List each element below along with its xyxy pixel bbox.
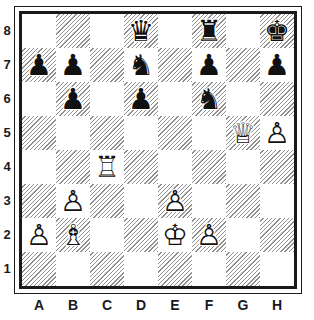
square-e1[interactable] bbox=[158, 252, 192, 286]
square-a1[interactable] bbox=[22, 252, 56, 286]
piece-black-pawn: ♟ bbox=[22, 48, 56, 82]
square-f7[interactable]: ♟ bbox=[192, 48, 226, 82]
piece-white-pawn: ♟♙ bbox=[22, 218, 56, 252]
piece-outline-layer: ♙ bbox=[22, 218, 56, 252]
file-label-d: D bbox=[124, 297, 158, 313]
square-f8[interactable]: ♜ bbox=[192, 14, 226, 48]
piece-black-knight: ♞ bbox=[124, 48, 158, 82]
piece-glyph: ♞ bbox=[124, 48, 158, 82]
square-a4[interactable] bbox=[22, 150, 56, 184]
square-g7[interactable] bbox=[226, 48, 260, 82]
square-e2[interactable]: ♚♔ bbox=[158, 218, 192, 252]
rank-label-1: 1 bbox=[0, 252, 14, 286]
file-label-h: H bbox=[260, 297, 294, 313]
file-label-b: B bbox=[56, 297, 90, 313]
square-g3[interactable] bbox=[226, 184, 260, 218]
square-a3[interactable] bbox=[22, 184, 56, 218]
piece-black-pawn: ♟ bbox=[124, 82, 158, 116]
square-g8[interactable] bbox=[226, 14, 260, 48]
square-e8[interactable] bbox=[158, 14, 192, 48]
square-c1[interactable] bbox=[90, 252, 124, 286]
square-a5[interactable] bbox=[22, 116, 56, 150]
square-c8[interactable] bbox=[90, 14, 124, 48]
piece-glyph: ♟ bbox=[56, 82, 90, 116]
square-f2[interactable]: ♟♙ bbox=[192, 218, 226, 252]
piece-outline-layer: ♙ bbox=[260, 116, 294, 150]
piece-glyph: ♞ bbox=[192, 82, 226, 116]
square-d7[interactable]: ♞ bbox=[124, 48, 158, 82]
square-e6[interactable] bbox=[158, 82, 192, 116]
square-d6[interactable]: ♟ bbox=[124, 82, 158, 116]
piece-glyph: ♚ bbox=[260, 14, 294, 48]
rank-label-5: 5 bbox=[0, 116, 14, 150]
piece-white-bishop: ♝♗ bbox=[56, 218, 90, 252]
square-b4[interactable] bbox=[56, 150, 90, 184]
piece-glyph: ♟ bbox=[56, 48, 90, 82]
square-g1[interactable] bbox=[226, 252, 260, 286]
piece-white-pawn: ♟♙ bbox=[56, 184, 90, 218]
piece-white-pawn: ♟♙ bbox=[192, 218, 226, 252]
square-g4[interactable] bbox=[226, 150, 260, 184]
piece-white-pawn: ♟♙ bbox=[260, 116, 294, 150]
piece-outline-layer: ♔ bbox=[158, 218, 192, 252]
square-d5[interactable] bbox=[124, 116, 158, 150]
rank-label-8: 8 bbox=[0, 14, 14, 48]
square-b8[interactable] bbox=[56, 14, 90, 48]
piece-glyph: ♟ bbox=[260, 48, 294, 82]
square-a7[interactable]: ♟ bbox=[22, 48, 56, 82]
rank-label-2: 2 bbox=[0, 218, 14, 252]
square-h6[interactable] bbox=[260, 82, 294, 116]
file-label-e: E bbox=[158, 297, 192, 313]
square-d2[interactable] bbox=[124, 218, 158, 252]
square-f4[interactable] bbox=[192, 150, 226, 184]
square-d3[interactable] bbox=[124, 184, 158, 218]
square-c6[interactable] bbox=[90, 82, 124, 116]
square-f3[interactable] bbox=[192, 184, 226, 218]
square-g6[interactable] bbox=[226, 82, 260, 116]
square-c3[interactable] bbox=[90, 184, 124, 218]
rank-label-3: 3 bbox=[0, 184, 14, 218]
square-g5[interactable]: ♛♕ bbox=[226, 116, 260, 150]
board-grid: ♛♜♚♟♟♞♟♟♟♟♞♛♕♟♙♜♖♟♙♟♙♟♙♝♗♚♔♟♙ bbox=[22, 14, 294, 286]
square-c5[interactable] bbox=[90, 116, 124, 150]
piece-black-pawn: ♟ bbox=[56, 82, 90, 116]
square-h8[interactable]: ♚ bbox=[260, 14, 294, 48]
square-h2[interactable] bbox=[260, 218, 294, 252]
square-a6[interactable] bbox=[22, 82, 56, 116]
piece-glyph: ♟ bbox=[124, 82, 158, 116]
square-f5[interactable] bbox=[192, 116, 226, 150]
piece-white-pawn: ♟♙ bbox=[158, 184, 192, 218]
file-labels: ABCDEFGH bbox=[22, 297, 314, 313]
square-g2[interactable] bbox=[226, 218, 260, 252]
square-b7[interactable]: ♟ bbox=[56, 48, 90, 82]
piece-black-pawn: ♟ bbox=[192, 48, 226, 82]
board-inner-frame: ♛♜♚♟♟♞♟♟♟♟♞♛♕♟♙♜♖♟♙♟♙♟♙♝♗♚♔♟♙ bbox=[19, 11, 297, 289]
square-f1[interactable] bbox=[192, 252, 226, 286]
rank-label-7: 7 bbox=[0, 48, 14, 82]
square-c2[interactable] bbox=[90, 218, 124, 252]
piece-black-king: ♚ bbox=[260, 14, 294, 48]
piece-black-pawn: ♟ bbox=[260, 48, 294, 82]
piece-glyph: ♛ bbox=[124, 14, 158, 48]
board-outer-frame: ♛♜♚♟♟♞♟♟♟♟♞♛♕♟♙♜♖♟♙♟♙♟♙♝♗♚♔♟♙ bbox=[14, 6, 302, 294]
piece-outline-layer: ♙ bbox=[192, 218, 226, 252]
square-b6[interactable]: ♟ bbox=[56, 82, 90, 116]
square-a2[interactable]: ♟♙ bbox=[22, 218, 56, 252]
file-label-a: A bbox=[22, 297, 56, 313]
square-f6[interactable]: ♞ bbox=[192, 82, 226, 116]
file-label-f: F bbox=[192, 297, 226, 313]
file-label-c: C bbox=[90, 297, 124, 313]
piece-black-knight: ♞ bbox=[192, 82, 226, 116]
square-h1[interactable] bbox=[260, 252, 294, 286]
square-e7[interactable] bbox=[158, 48, 192, 82]
piece-white-king: ♚♔ bbox=[158, 218, 192, 252]
piece-glyph: ♟ bbox=[22, 48, 56, 82]
square-h4[interactable] bbox=[260, 150, 294, 184]
piece-outline-layer: ♖ bbox=[90, 150, 124, 184]
chess-diagram: 87654321 ♛♜♚♟♟♞♟♟♟♟♞♛♕♟♙♜♖♟♙♟♙♟♙♝♗♚♔♟♙ A… bbox=[0, 0, 314, 320]
piece-black-pawn: ♟ bbox=[56, 48, 90, 82]
square-c7[interactable] bbox=[90, 48, 124, 82]
piece-outline-layer: ♙ bbox=[158, 184, 192, 218]
piece-white-queen: ♛♕ bbox=[226, 116, 260, 150]
square-b1[interactable] bbox=[56, 252, 90, 286]
square-d1[interactable] bbox=[124, 252, 158, 286]
square-c4[interactable]: ♜♖ bbox=[90, 150, 124, 184]
square-b5[interactable] bbox=[56, 116, 90, 150]
piece-black-queen: ♛ bbox=[124, 14, 158, 48]
piece-white-rook: ♜♖ bbox=[90, 150, 124, 184]
square-e5[interactable] bbox=[158, 116, 192, 150]
square-b3[interactable]: ♟♙ bbox=[56, 184, 90, 218]
piece-outline-layer: ♕ bbox=[226, 116, 260, 150]
piece-glyph: ♜ bbox=[192, 14, 226, 48]
file-label-g: G bbox=[226, 297, 260, 313]
piece-outline-layer: ♙ bbox=[56, 184, 90, 218]
piece-outline-layer: ♗ bbox=[56, 218, 90, 252]
rank-labels: 87654321 bbox=[0, 6, 14, 286]
square-h7[interactable]: ♟ bbox=[260, 48, 294, 82]
square-h3[interactable] bbox=[260, 184, 294, 218]
piece-glyph: ♟ bbox=[192, 48, 226, 82]
square-d4[interactable] bbox=[124, 150, 158, 184]
rank-label-4: 4 bbox=[0, 150, 14, 184]
rank-label-6: 6 bbox=[0, 82, 14, 116]
square-d8[interactable]: ♛ bbox=[124, 14, 158, 48]
square-h5[interactable]: ♟♙ bbox=[260, 116, 294, 150]
square-e3[interactable]: ♟♙ bbox=[158, 184, 192, 218]
square-a8[interactable] bbox=[22, 14, 56, 48]
square-e4[interactable] bbox=[158, 150, 192, 184]
piece-black-rook: ♜ bbox=[192, 14, 226, 48]
square-b2[interactable]: ♝♗ bbox=[56, 218, 90, 252]
